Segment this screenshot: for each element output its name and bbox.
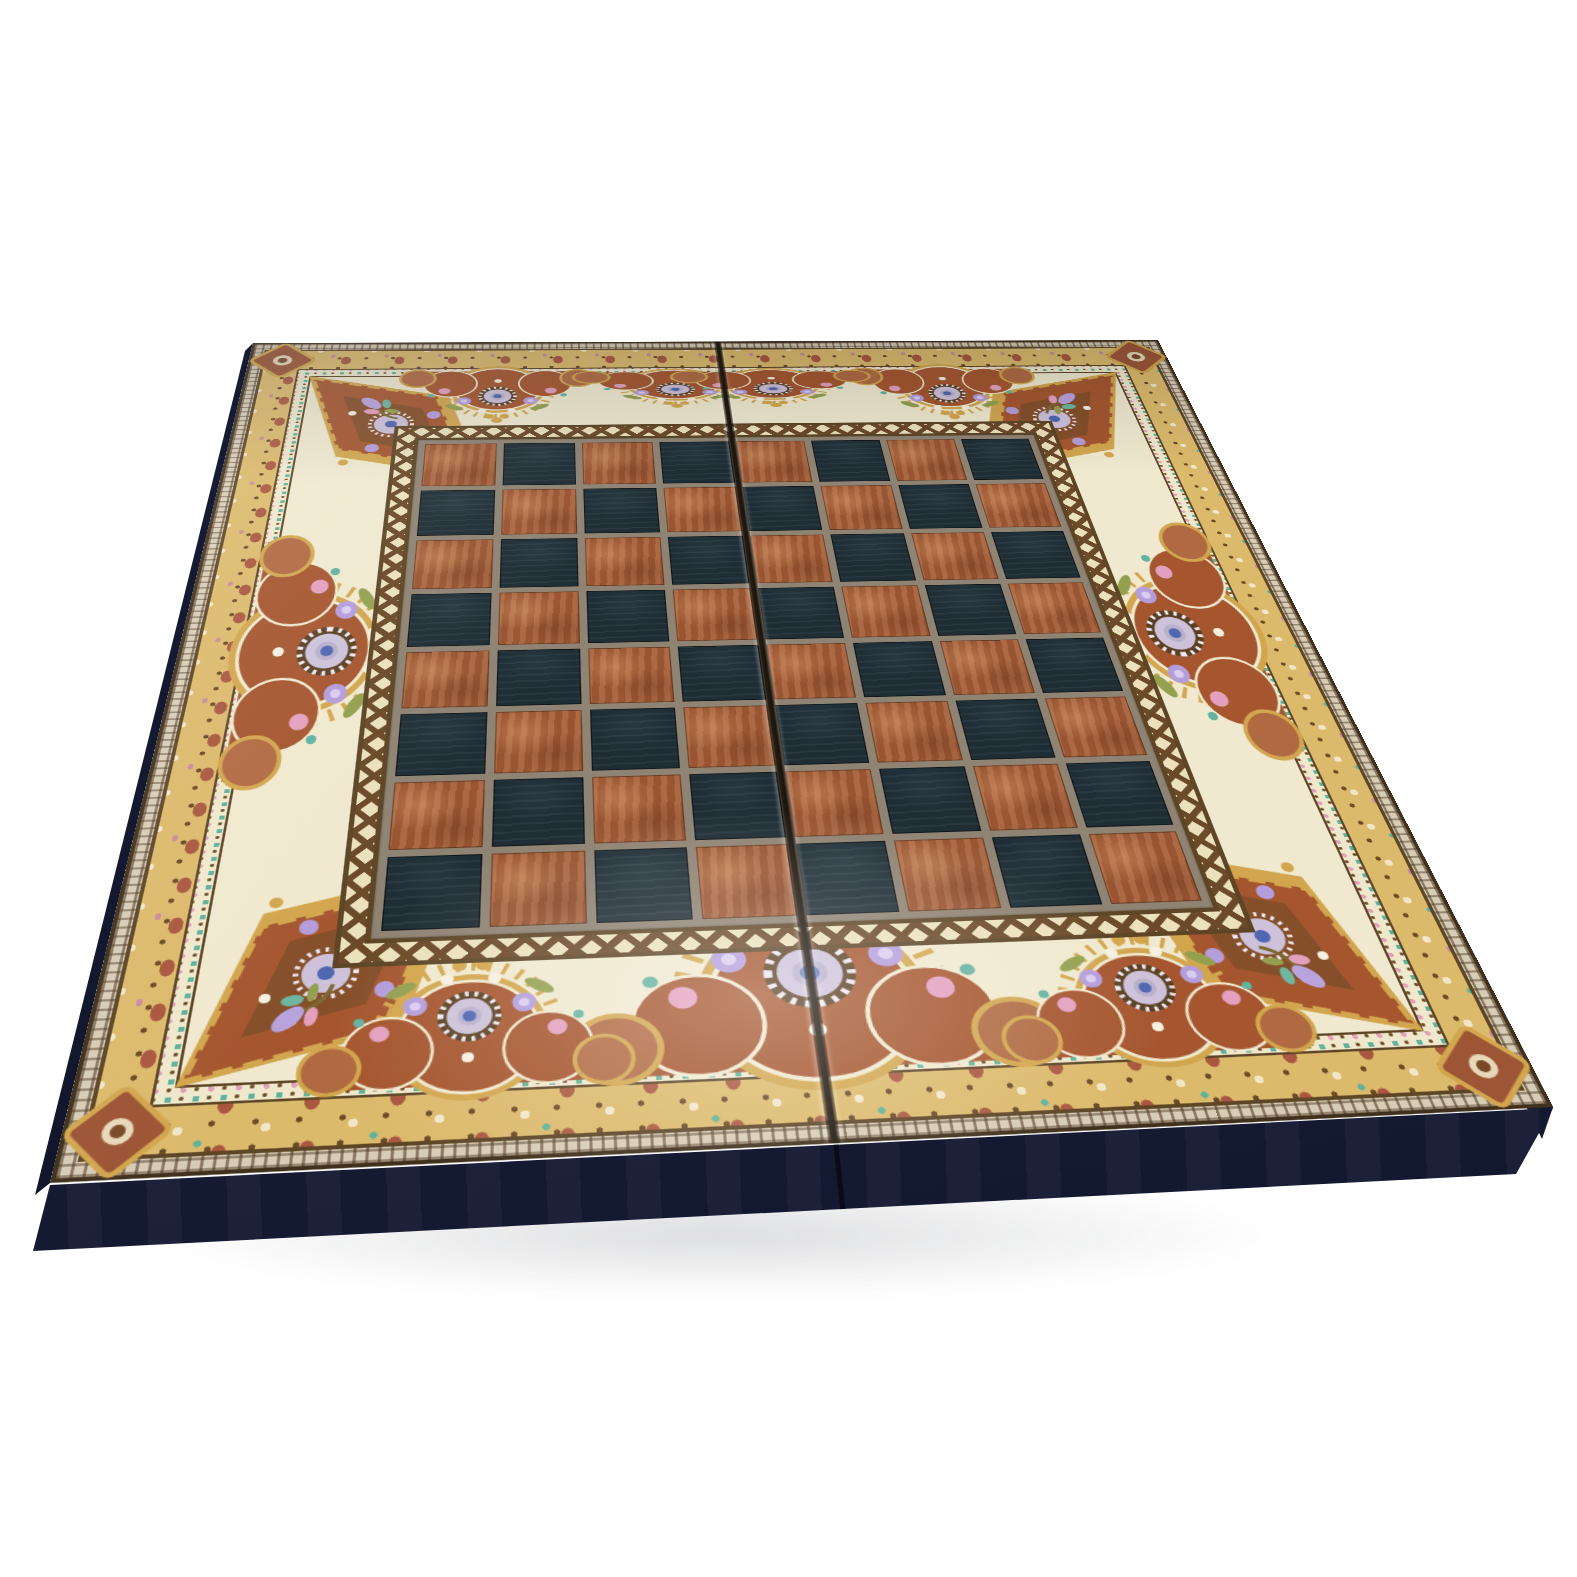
square-e5 <box>757 586 844 639</box>
square-d4 <box>677 644 765 701</box>
square-d2 <box>689 772 786 840</box>
square-a4 <box>401 650 489 709</box>
square-f8 <box>811 440 890 482</box>
square-h4 <box>1026 637 1124 693</box>
square-f3 <box>866 701 963 763</box>
square-h8 <box>961 439 1043 480</box>
square-g1 <box>992 834 1102 907</box>
box-front-hinge-seam <box>833 1140 846 1214</box>
square-a8 <box>421 443 496 486</box>
square-c7 <box>583 488 660 534</box>
square-a3 <box>395 713 487 777</box>
square-f4 <box>853 641 946 698</box>
square-b6 <box>499 538 578 587</box>
square-h1 <box>1089 831 1202 904</box>
square-f6 <box>831 533 917 581</box>
square-a6 <box>412 539 493 589</box>
square-a7 <box>417 490 495 536</box>
square-e2 <box>785 769 884 837</box>
square-a2 <box>388 780 484 850</box>
board-surface <box>50 340 1553 1183</box>
square-e3 <box>775 703 870 765</box>
square-e1 <box>795 841 899 915</box>
square-h3 <box>1045 697 1147 758</box>
square-d1 <box>695 844 796 919</box>
square-c8 <box>582 442 656 484</box>
square-b5 <box>498 591 580 645</box>
square-g4 <box>940 639 1035 695</box>
square-d6 <box>667 536 749 585</box>
square-g6 <box>911 532 998 580</box>
square-b4 <box>496 648 581 706</box>
square-e6 <box>750 534 834 583</box>
square-c2 <box>592 775 686 844</box>
square-f2 <box>879 767 981 834</box>
square-c5 <box>586 589 669 642</box>
square-a5 <box>407 593 492 647</box>
square-d7 <box>663 487 741 532</box>
square-c6 <box>585 537 664 586</box>
square-b2 <box>492 777 585 846</box>
square-e4 <box>766 643 857 700</box>
square-c3 <box>590 708 680 771</box>
square-a1 <box>381 854 482 931</box>
square-h5 <box>1008 582 1101 634</box>
square-h7 <box>976 483 1062 527</box>
square-b1 <box>489 851 586 927</box>
square-d5 <box>672 588 757 641</box>
square-d3 <box>683 706 775 769</box>
square-e8 <box>735 441 812 483</box>
square-g2 <box>973 764 1078 831</box>
square-g5 <box>925 584 1016 636</box>
square-e7 <box>742 486 822 531</box>
square-h6 <box>991 531 1080 579</box>
square-g7 <box>899 484 983 529</box>
square-h2 <box>1066 761 1173 827</box>
square-b8 <box>503 443 576 486</box>
square-c1 <box>594 847 692 923</box>
square-g3 <box>956 699 1056 760</box>
square-b3 <box>494 710 583 774</box>
square-d8 <box>659 441 735 483</box>
square-g8 <box>887 439 968 480</box>
square-f5 <box>842 585 931 637</box>
scene <box>0 0 1577 1577</box>
square-f7 <box>821 485 903 530</box>
square-b7 <box>501 489 577 535</box>
square-c4 <box>588 646 674 704</box>
square-f1 <box>894 838 1001 912</box>
